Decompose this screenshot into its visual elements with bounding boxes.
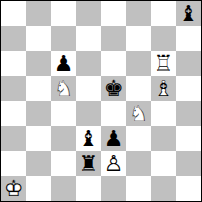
square-a8[interactable]: [1, 1, 26, 26]
square-g5[interactable]: ♝♗: [151, 76, 176, 101]
square-e6[interactable]: [101, 51, 126, 76]
piece-black-bishop: ♝: [176, 1, 201, 26]
square-a7[interactable]: [1, 26, 26, 51]
square-f7[interactable]: [126, 26, 151, 51]
square-a3[interactable]: [1, 126, 26, 151]
square-b5[interactable]: [26, 76, 51, 101]
square-f8[interactable]: [126, 1, 151, 26]
square-f4[interactable]: ♞♘: [126, 101, 151, 126]
chess-diagram: ♝♟♜♖♞♘♚♝♗♞♘♝♟♜♟♙♚♔: [0, 0, 202, 202]
square-g7[interactable]: [151, 26, 176, 51]
square-g2[interactable]: [151, 151, 176, 176]
square-b7[interactable]: [26, 26, 51, 51]
square-a5[interactable]: [1, 76, 26, 101]
piece-white-pawn: ♟♙: [101, 151, 126, 176]
square-b3[interactable]: [26, 126, 51, 151]
square-f6[interactable]: [126, 51, 151, 76]
square-a4[interactable]: [1, 101, 26, 126]
piece-white-knight: ♞♘: [126, 101, 151, 126]
piece-black-rook: ♜: [76, 151, 101, 176]
square-h1[interactable]: [176, 176, 201, 201]
piece-white-rook: ♜♖: [151, 51, 176, 76]
piece-white-knight: ♞♘: [51, 76, 76, 101]
square-d4[interactable]: [76, 101, 101, 126]
square-h6[interactable]: [176, 51, 201, 76]
square-e5[interactable]: ♚: [101, 76, 126, 101]
piece-black-king: ♚: [101, 76, 126, 101]
square-b6[interactable]: [26, 51, 51, 76]
square-f1[interactable]: [126, 176, 151, 201]
square-h3[interactable]: [176, 126, 201, 151]
square-h5[interactable]: [176, 76, 201, 101]
square-d5[interactable]: [76, 76, 101, 101]
square-f5[interactable]: [126, 76, 151, 101]
square-a6[interactable]: [1, 51, 26, 76]
square-e3[interactable]: ♟: [101, 126, 126, 151]
square-h7[interactable]: [176, 26, 201, 51]
piece-black-pawn: ♟: [51, 51, 76, 76]
piece-black-pawn: ♟: [101, 126, 126, 151]
square-b2[interactable]: [26, 151, 51, 176]
square-c5[interactable]: ♞♘: [51, 76, 76, 101]
square-c6[interactable]: ♟: [51, 51, 76, 76]
square-h8[interactable]: ♝: [176, 1, 201, 26]
piece-white-king: ♚♔: [1, 176, 26, 201]
square-d7[interactable]: [76, 26, 101, 51]
square-c8[interactable]: [51, 1, 76, 26]
square-c3[interactable]: [51, 126, 76, 151]
square-h2[interactable]: [176, 151, 201, 176]
square-e2[interactable]: ♟♙: [101, 151, 126, 176]
square-h4[interactable]: [176, 101, 201, 126]
square-d6[interactable]: [76, 51, 101, 76]
chess-board: ♝♟♜♖♞♘♚♝♗♞♘♝♟♜♟♙♚♔: [0, 0, 202, 202]
square-d3[interactable]: ♝: [76, 126, 101, 151]
square-c7[interactable]: [51, 26, 76, 51]
square-a1[interactable]: ♚♔: [1, 176, 26, 201]
square-a2[interactable]: [1, 151, 26, 176]
square-e4[interactable]: [101, 101, 126, 126]
square-b1[interactable]: [26, 176, 51, 201]
square-e1[interactable]: [101, 176, 126, 201]
square-c2[interactable]: [51, 151, 76, 176]
square-c4[interactable]: [51, 101, 76, 126]
square-d2[interactable]: ♜: [76, 151, 101, 176]
square-d1[interactable]: [76, 176, 101, 201]
square-g1[interactable]: [151, 176, 176, 201]
piece-black-bishop: ♝: [76, 126, 101, 151]
square-b4[interactable]: [26, 101, 51, 126]
square-e8[interactable]: [101, 1, 126, 26]
square-g6[interactable]: ♜♖: [151, 51, 176, 76]
square-g8[interactable]: [151, 1, 176, 26]
square-e7[interactable]: [101, 26, 126, 51]
square-c1[interactable]: [51, 176, 76, 201]
square-f3[interactable]: [126, 126, 151, 151]
square-b8[interactable]: [26, 1, 51, 26]
square-f2[interactable]: [126, 151, 151, 176]
square-g4[interactable]: [151, 101, 176, 126]
piece-white-bishop: ♝♗: [151, 76, 176, 101]
square-g3[interactable]: [151, 126, 176, 151]
square-d8[interactable]: [76, 1, 101, 26]
